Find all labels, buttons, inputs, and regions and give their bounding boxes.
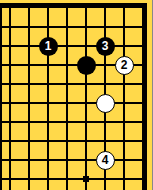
black-stone-move-1[interactable]: 1 — [39, 37, 58, 56]
black-stone-move-3[interactable]: 3 — [96, 37, 115, 56]
white-stone-r14[interactable] — [96, 94, 115, 113]
black-stone-hoshi-q16[interactable] — [77, 56, 96, 75]
white-stone-move-4[interactable]: 4 — [96, 151, 115, 170]
stones-layer: 1 3 2 4 — [1, 0, 153, 189]
go-board[interactable]: 1 3 2 4 — [0, 0, 152, 190]
white-stone-move-2[interactable]: 2 — [115, 56, 134, 75]
star-point-q10 — [83, 176, 89, 182]
